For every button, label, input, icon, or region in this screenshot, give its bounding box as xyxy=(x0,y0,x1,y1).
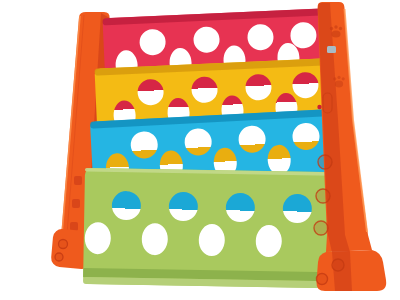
left-frame-nub xyxy=(74,176,82,185)
frame-emboss-circle xyxy=(332,259,344,271)
left-foot-emboss-circle xyxy=(59,240,68,249)
brand-sticker xyxy=(327,46,336,53)
frame-emboss-circle xyxy=(317,274,328,285)
frame-emboss-circle xyxy=(318,155,332,169)
shelf-green xyxy=(83,168,333,288)
red-sticker-dot xyxy=(317,105,321,109)
frame-emboss-circle xyxy=(316,189,330,203)
left-frame-nub xyxy=(70,222,78,231)
left-frame-nub xyxy=(72,199,80,208)
frame-emboss-circle xyxy=(314,221,328,235)
product-photo xyxy=(0,0,400,300)
book-rack-illustration xyxy=(0,0,400,300)
left-foot-emboss-circle xyxy=(55,253,63,261)
